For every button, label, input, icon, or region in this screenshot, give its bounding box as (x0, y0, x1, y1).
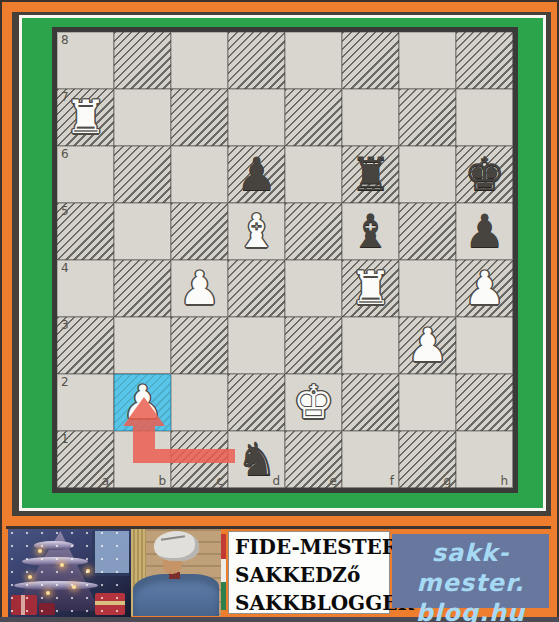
square-b4[interactable] (114, 260, 171, 317)
square-c1[interactable]: c (171, 431, 228, 488)
title-badge: FIDE-MESTER SAKKEDZő SAKKBLOGGER (228, 531, 390, 614)
square-b7[interactable] (114, 89, 171, 146)
black-king-h6[interactable]: ♚ (456, 146, 513, 203)
square-a1[interactable]: 1a (57, 431, 114, 488)
christmas-tree-photo (8, 529, 131, 617)
white-bishop-d5[interactable]: ♝ (228, 203, 285, 260)
square-b5[interactable] (114, 203, 171, 260)
square-c8[interactable] (171, 32, 228, 89)
file-label-g: g (443, 474, 451, 488)
white-pawn-b2[interactable]: ♟ (114, 374, 171, 431)
white-king-e2[interactable]: ♚ (285, 374, 342, 431)
square-b6[interactable] (114, 146, 171, 203)
rank-label-3: 3 (61, 318, 69, 332)
square-d4[interactable] (228, 260, 285, 317)
hungarian-flag-stripe (221, 534, 226, 610)
white-rook-a7[interactable]: ♜ (57, 89, 114, 146)
square-h7[interactable] (456, 89, 513, 146)
square-e3[interactable] (285, 317, 342, 374)
square-b3[interactable] (114, 317, 171, 374)
square-h3[interactable] (456, 317, 513, 374)
square-c2[interactable] (171, 374, 228, 431)
black-knight-d1[interactable]: ♞ (228, 431, 285, 488)
square-d7[interactable] (228, 89, 285, 146)
black-rook-f6[interactable]: ♜ (342, 146, 399, 203)
white-pawn-c4[interactable]: ♟ (171, 260, 228, 317)
file-label-c: c (216, 474, 223, 488)
rank-label-8: 8 (61, 33, 69, 47)
square-c5[interactable] (171, 203, 228, 260)
badge-line-2: SAKKEDZő (235, 562, 389, 588)
file-label-f: f (390, 474, 394, 488)
rank-label-1: 1 (61, 432, 69, 446)
chess-coach-photo (131, 529, 221, 616)
square-f2[interactable] (342, 374, 399, 431)
black-pawn-h5[interactable]: ♟ (456, 203, 513, 260)
outer-edge-left (0, 0, 2, 617)
square-e6[interactable] (285, 146, 342, 203)
denim-jacket (133, 574, 219, 616)
square-b1[interactable]: b (114, 431, 171, 488)
square-a4[interactable]: 4 (57, 260, 114, 317)
file-label-h: h (500, 474, 508, 488)
file-label-a: a (102, 474, 109, 488)
square-d2[interactable] (228, 374, 285, 431)
blog-url-box[interactable]: sakk-mester. blog.hu (392, 534, 549, 608)
square-d8[interactable] (228, 32, 285, 89)
square-e4[interactable] (285, 260, 342, 317)
square-g4[interactable] (399, 260, 456, 317)
square-h8[interactable] (456, 32, 513, 89)
blog-url-line-2: blog.hu (392, 598, 549, 622)
square-f8[interactable] (342, 32, 399, 89)
square-e5[interactable] (285, 203, 342, 260)
square-a3[interactable]: 3 (57, 317, 114, 374)
black-bishop-f5[interactable]: ♝ (342, 203, 399, 260)
badge-line-3: SAKKBLOGGER (235, 590, 389, 616)
chess-board: 87654321abcdefgh ♜♟♜♚♝♝♟♟♜♟♟♟♚♞ (52, 27, 518, 493)
file-label-b: b (158, 474, 166, 488)
rank-label-6: 6 (61, 147, 69, 161)
square-a5[interactable]: 5 (57, 203, 114, 260)
square-f1[interactable]: f (342, 431, 399, 488)
square-f3[interactable] (342, 317, 399, 374)
square-e7[interactable] (285, 89, 342, 146)
badge-line-1: FIDE-MESTER (235, 534, 389, 560)
square-h1[interactable]: h (456, 431, 513, 488)
snow-speckles (8, 529, 131, 617)
square-a8[interactable]: 8 (57, 32, 114, 89)
square-g6[interactable] (399, 146, 456, 203)
outer-edge-top (0, 0, 559, 2)
square-g5[interactable] (399, 203, 456, 260)
square-c7[interactable] (171, 89, 228, 146)
square-c3[interactable] (171, 317, 228, 374)
white-pawn-h4[interactable]: ♟ (456, 260, 513, 317)
blog-url-line-1: sakk-mester. (392, 538, 549, 598)
square-a2[interactable]: 2 (57, 374, 114, 431)
square-b8[interactable] (114, 32, 171, 89)
square-g2[interactable] (399, 374, 456, 431)
black-pawn-d6[interactable]: ♟ (228, 146, 285, 203)
rank-label-4: 4 (61, 261, 69, 275)
square-g8[interactable] (399, 32, 456, 89)
square-f7[interactable] (342, 89, 399, 146)
file-label-e: e (330, 474, 337, 488)
square-c6[interactable] (171, 146, 228, 203)
rank-label-2: 2 (61, 375, 69, 389)
square-d3[interactable] (228, 317, 285, 374)
white-pawn-g3[interactable]: ♟ (399, 317, 456, 374)
square-e8[interactable] (285, 32, 342, 89)
square-g1[interactable]: g (399, 431, 456, 488)
white-rook-f4[interactable]: ♜ (342, 260, 399, 317)
board-inner: 87654321abcdefgh ♜♟♜♚♝♝♟♟♜♟♟♟♚♞ (57, 32, 513, 488)
square-e1[interactable]: e (285, 431, 342, 488)
square-a6[interactable]: 6 (57, 146, 114, 203)
rank-label-5: 5 (61, 204, 69, 218)
square-h2[interactable] (456, 374, 513, 431)
square-g7[interactable] (399, 89, 456, 146)
